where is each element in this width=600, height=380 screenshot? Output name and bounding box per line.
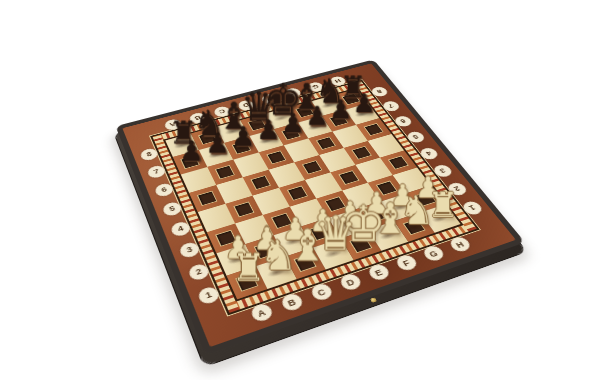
- file-label-bottom-d: D: [337, 272, 363, 292]
- rank-label-left-6: 6: [153, 182, 174, 198]
- chess-board: ♜♞♝♛♚♝♞♜♟♟♟♟♟♟♟♟♟♟♟♟♟♟♟♟♜♞♝♛♚♝♞♜ ABCDEFG…: [116, 59, 526, 355]
- rank-label-left-2: 2: [187, 262, 211, 282]
- file-label-bottom-f: F: [393, 253, 419, 272]
- piece-black-pawn-e7[interactable]: ♟: [281, 110, 305, 136]
- piece-white-rook-a1[interactable]: ♜: [232, 249, 266, 287]
- rank-label-left-1: 1: [196, 285, 221, 306]
- rank-label-left-8: 8: [139, 147, 159, 162]
- rank-label-left-4: 4: [169, 220, 192, 238]
- file-label-bottom-e: E: [366, 263, 392, 283]
- piece-black-pawn-b7[interactable]: ♟: [205, 131, 229, 158]
- piece-black-pawn-a7[interactable]: ♟: [179, 138, 204, 165]
- photo-background: ♜♞♝♛♚♝♞♜♟♟♟♟♟♟♟♟♟♟♟♟♟♟♟♟♜♞♝♛♚♝♞♜ ABCDEFG…: [0, 0, 600, 380]
- piece-black-pawn-f7[interactable]: ♟: [305, 104, 328, 130]
- file-label-bottom-g: G: [420, 244, 446, 263]
- rank-label-right-1: 1: [460, 199, 485, 216]
- piece-black-pawn-d7[interactable]: ♟: [256, 117, 280, 144]
- file-label-bottom-c: C: [308, 282, 334, 303]
- rank-label-left-5: 5: [161, 200, 183, 217]
- piece-black-pawn-g7[interactable]: ♟: [329, 97, 352, 123]
- piece-black-pawn-c7[interactable]: ♟: [231, 124, 255, 151]
- file-label-bottom-a: A: [248, 302, 274, 324]
- rank-label-left-7: 7: [146, 164, 167, 179]
